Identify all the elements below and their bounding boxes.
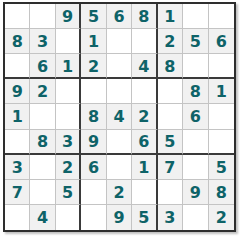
cell-digit: 3 <box>62 134 73 150</box>
sudoku-cell-r3c2[interactable]: 6 <box>30 54 55 79</box>
sudoku-cell-r3c4[interactable]: 2 <box>81 54 106 79</box>
cell-digit: 8 <box>190 84 201 100</box>
sudoku-cell-r5c4[interactable]: 8 <box>81 104 106 129</box>
sudoku-cell-r2c3[interactable] <box>56 29 81 54</box>
sudoku-cell-r2c4[interactable]: 1 <box>81 29 106 54</box>
sudoku-cell-r1c8[interactable] <box>183 4 208 29</box>
sudoku-cell-r2c5[interactable] <box>107 29 132 54</box>
sudoku-cell-r9c1[interactable] <box>5 205 30 230</box>
sudoku-cell-r1c9[interactable] <box>209 4 234 29</box>
sudoku-cell-r5c7[interactable] <box>158 104 183 129</box>
cell-digit: 2 <box>37 84 48 100</box>
sudoku-cell-r1c4[interactable]: 5 <box>81 4 106 29</box>
cell-digit: 6 <box>190 109 201 125</box>
sudoku-cell-r6c5[interactable] <box>107 130 132 155</box>
sudoku-cell-r4c9[interactable]: 1 <box>209 79 234 104</box>
sudoku-cell-r5c6[interactable]: 2 <box>132 104 157 129</box>
sudoku-cell-r9c2[interactable]: 4 <box>30 205 55 230</box>
cell-digit: 4 <box>113 109 124 125</box>
sudoku-cell-r6c4[interactable]: 9 <box>81 130 106 155</box>
sudoku-cell-r3c8[interactable] <box>183 54 208 79</box>
sudoku-cell-r7c4[interactable]: 6 <box>81 155 106 180</box>
sudoku-cell-r7c5[interactable] <box>107 155 132 180</box>
cell-digit: 7 <box>12 184 23 200</box>
cell-digit: 6 <box>37 58 48 74</box>
cell-digit: 6 <box>113 9 124 25</box>
sudoku-cell-r8c2[interactable] <box>30 180 55 205</box>
sudoku-cell-r8c8[interactable]: 9 <box>183 180 208 205</box>
sudoku-cell-r6c9[interactable] <box>209 130 234 155</box>
sudoku-cell-r5c9[interactable] <box>209 104 234 129</box>
sudoku-cell-r3c6[interactable]: 4 <box>132 54 157 79</box>
sudoku-cell-r2c1[interactable]: 8 <box>5 29 30 54</box>
sudoku-cell-r3c7[interactable]: 8 <box>158 54 183 79</box>
cell-digit: 2 <box>113 184 124 200</box>
cell-digit: 1 <box>164 9 175 25</box>
cell-digit: 8 <box>138 9 149 25</box>
sudoku-cell-r7c6[interactable]: 1 <box>132 155 157 180</box>
sudoku-cell-r6c1[interactable] <box>5 130 30 155</box>
cell-digit: 5 <box>216 159 227 175</box>
sudoku-cell-r2c2[interactable]: 3 <box>30 29 55 54</box>
sudoku-cell-r6c6[interactable]: 6 <box>132 130 157 155</box>
sudoku-cell-r8c4[interactable] <box>81 180 106 205</box>
cell-digit: 8 <box>164 58 175 74</box>
cell-digit: 1 <box>12 109 23 125</box>
sudoku-cell-r2c7[interactable]: 2 <box>158 29 183 54</box>
cell-digit: 9 <box>113 210 124 226</box>
cell-digit: 4 <box>138 58 149 74</box>
sudoku-cell-r6c3[interactable]: 3 <box>56 130 81 155</box>
sudoku-cell-r6c8[interactable] <box>183 130 208 155</box>
sudoku-cell-r5c5[interactable]: 4 <box>107 104 132 129</box>
sudoku-cell-r4c3[interactable] <box>56 79 81 104</box>
cell-digit: 8 <box>12 34 23 50</box>
sudoku-cell-r8c5[interactable]: 2 <box>107 180 132 205</box>
sudoku-cell-r4c5[interactable] <box>107 79 132 104</box>
sudoku-cell-r4c6[interactable] <box>132 79 157 104</box>
cell-digit: 1 <box>88 34 99 50</box>
cell-digit: 2 <box>216 210 227 226</box>
cell-digit: 1 <box>62 58 73 74</box>
sudoku-cell-r4c8[interactable]: 8 <box>183 79 208 104</box>
sudoku-cell-r3c3[interactable]: 1 <box>56 54 81 79</box>
sudoku-cell-r9c3[interactable] <box>56 205 81 230</box>
cell-digit: 5 <box>88 9 99 25</box>
sudoku-cell-r3c1[interactable] <box>5 54 30 79</box>
sudoku-cell-r9c5[interactable]: 9 <box>107 205 132 230</box>
cell-digit: 8 <box>88 109 99 125</box>
sudoku-cell-r5c2[interactable] <box>30 104 55 129</box>
sudoku-cell-r3c5[interactable] <box>107 54 132 79</box>
sudoku-cell-r8c7[interactable] <box>158 180 183 205</box>
sudoku-cell-r8c9[interactable]: 8 <box>209 180 234 205</box>
cell-digit: 3 <box>12 159 23 175</box>
sudoku-cell-r9c9[interactable]: 2 <box>209 205 234 230</box>
sudoku-cell-r4c2[interactable]: 2 <box>30 79 55 104</box>
sudoku-cell-r2c8[interactable]: 5 <box>183 29 208 54</box>
sudoku-cell-r9c6[interactable]: 5 <box>132 205 157 230</box>
cell-digit: 2 <box>88 58 99 74</box>
cell-digit: 5 <box>190 34 201 50</box>
cell-digit: 8 <box>37 134 48 150</box>
sudoku-cell-r2c6[interactable] <box>132 29 157 54</box>
sudoku-cell-r9c4[interactable] <box>81 205 106 230</box>
cell-digit: 2 <box>164 34 175 50</box>
sudoku-cell-r1c7[interactable]: 1 <box>158 4 183 29</box>
cell-digit: 3 <box>37 34 48 50</box>
cell-digit: 4 <box>37 210 48 226</box>
sudoku-cell-r7c8[interactable] <box>183 155 208 180</box>
cell-digit: 3 <box>164 210 175 226</box>
sudoku-cell-r8c6[interactable] <box>132 180 157 205</box>
sudoku-cell-r7c7[interactable]: 7 <box>158 155 183 180</box>
sudoku-cell-r8c1[interactable]: 7 <box>5 180 30 205</box>
sudoku-board: 9568183125661248928118426839653261757529… <box>3 2 236 232</box>
cell-digit: 5 <box>62 184 73 200</box>
sudoku-cell-r4c4[interactable] <box>81 79 106 104</box>
cell-digit: 6 <box>138 134 149 150</box>
sudoku-cell-r4c7[interactable] <box>158 79 183 104</box>
cell-digit: 6 <box>88 159 99 175</box>
cell-digit: 1 <box>138 159 149 175</box>
sudoku-cell-r5c8[interactable]: 6 <box>183 104 208 129</box>
cell-digit: 7 <box>164 159 175 175</box>
sudoku-cell-r6c7[interactable]: 5 <box>158 130 183 155</box>
sudoku-cell-r7c1[interactable]: 3 <box>5 155 30 180</box>
cell-digit: 9 <box>88 134 99 150</box>
sudoku-cell-r1c1[interactable] <box>5 4 30 29</box>
sudoku-cell-r9c7[interactable]: 3 <box>158 205 183 230</box>
sudoku-cell-r7c2[interactable] <box>30 155 55 180</box>
cell-digit: 9 <box>12 84 23 100</box>
sudoku-cell-r7c3[interactable]: 2 <box>56 155 81 180</box>
sudoku-cell-r6c2[interactable]: 8 <box>30 130 55 155</box>
sudoku-cell-r3c9[interactable] <box>209 54 234 79</box>
cell-digit: 2 <box>62 159 73 175</box>
sudoku-cell-r4c1[interactable]: 9 <box>5 79 30 104</box>
sudoku-cell-r1c2[interactable] <box>30 4 55 29</box>
cell-digit: 6 <box>216 34 227 50</box>
sudoku-cell-r1c3[interactable]: 9 <box>56 4 81 29</box>
cell-digit: 5 <box>138 210 149 226</box>
sudoku-cell-r9c8[interactable] <box>183 205 208 230</box>
sudoku-cell-r5c3[interactable] <box>56 104 81 129</box>
sudoku-cell-r1c5[interactable]: 6 <box>107 4 132 29</box>
cell-digit: 1 <box>216 84 227 100</box>
sudoku-cell-r1c6[interactable]: 8 <box>132 4 157 29</box>
sudoku-cell-r7c9[interactable]: 5 <box>209 155 234 180</box>
cell-digit: 2 <box>138 109 149 125</box>
sudoku-cell-r2c9[interactable]: 6 <box>209 29 234 54</box>
sudoku-cell-r5c1[interactable]: 1 <box>5 104 30 129</box>
sudoku-cell-r8c3[interactable]: 5 <box>56 180 81 205</box>
cell-digit: 9 <box>190 184 201 200</box>
cell-digit: 5 <box>164 134 175 150</box>
cell-digit: 8 <box>216 184 227 200</box>
cell-digit: 9 <box>62 9 73 25</box>
